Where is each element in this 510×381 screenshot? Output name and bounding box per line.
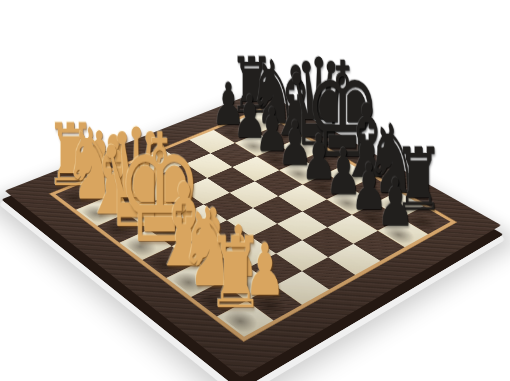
chess-set-product-photo: ♜♞♝♛♚♝♞♜♟♟♟♟♟♟♟♟♟♟♟♟♟♟♟♟♜♞♝♛♚♝♞♜	[0, 0, 510, 381]
white-rook: ♜	[171, 223, 300, 322]
chess-board: ♜♞♝♛♚♝♞♜♟♟♟♟♟♟♟♟♟♟♟♟♟♟♟♟♜♞♝♛♚♝♞♜	[5, 90, 502, 377]
black-pawn: ♟	[338, 170, 453, 236]
square-h1: ♜	[217, 301, 273, 337]
